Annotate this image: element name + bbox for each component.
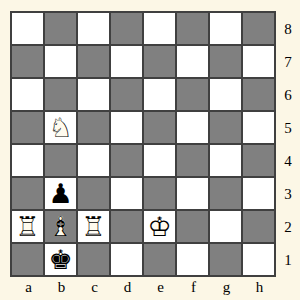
- square-f5[interactable]: [177, 112, 208, 143]
- square-g1[interactable]: [210, 244, 241, 275]
- square-a1[interactable]: [12, 244, 43, 275]
- square-a4[interactable]: [12, 145, 43, 176]
- black-pawn-icon: ♟: [45, 178, 76, 209]
- square-d5[interactable]: [111, 112, 142, 143]
- square-h8[interactable]: [243, 13, 274, 44]
- square-f2[interactable]: [177, 211, 208, 242]
- square-e7[interactable]: [144, 46, 175, 77]
- square-g5[interactable]: [210, 112, 241, 143]
- square-e4[interactable]: [144, 145, 175, 176]
- chess-board: ♞♘♟♜♖♝♗♜♖♚♔♚: [10, 11, 276, 277]
- square-f6[interactable]: [177, 79, 208, 110]
- square-f7[interactable]: [177, 46, 208, 77]
- square-f8[interactable]: [177, 13, 208, 44]
- black-king-icon: ♚: [45, 244, 76, 275]
- square-b2[interactable]: ♝♗: [45, 211, 76, 242]
- square-g4[interactable]: [210, 145, 241, 176]
- square-c8[interactable]: [78, 13, 109, 44]
- square-a7[interactable]: [12, 46, 43, 77]
- white-rook-fill: ♜: [12, 211, 43, 242]
- square-h7[interactable]: [243, 46, 274, 77]
- file-label-h: h: [243, 277, 276, 298]
- white-knight-fill: ♞: [45, 112, 76, 143]
- square-d1[interactable]: [111, 244, 142, 275]
- square-e8[interactable]: [144, 13, 175, 44]
- square-h5[interactable]: [243, 112, 274, 143]
- file-label-g: g: [210, 277, 243, 298]
- white-knight-icon: ♘: [45, 112, 76, 143]
- rank-label-8: 8: [279, 13, 297, 46]
- square-d6[interactable]: [111, 79, 142, 110]
- rank-label-5: 5: [279, 112, 297, 145]
- square-c5[interactable]: [78, 112, 109, 143]
- square-e1[interactable]: [144, 244, 175, 275]
- file-label-d: d: [111, 277, 144, 298]
- file-label-f: f: [177, 277, 210, 298]
- rank-label-7: 7: [279, 46, 297, 79]
- square-g3[interactable]: [210, 178, 241, 209]
- square-c6[interactable]: [78, 79, 109, 110]
- square-g6[interactable]: [210, 79, 241, 110]
- square-c4[interactable]: [78, 145, 109, 176]
- square-h1[interactable]: [243, 244, 274, 275]
- square-f4[interactable]: [177, 145, 208, 176]
- square-g8[interactable]: [210, 13, 241, 44]
- rank-label-6: 6: [279, 79, 297, 112]
- file-label-a: a: [12, 277, 45, 298]
- white-king-icon: ♔: [144, 211, 175, 242]
- square-d7[interactable]: [111, 46, 142, 77]
- file-label-b: b: [45, 277, 78, 298]
- white-rook-icon: ♖: [78, 211, 109, 242]
- square-h4[interactable]: [243, 145, 274, 176]
- square-d2[interactable]: [111, 211, 142, 242]
- file-label-e: e: [144, 277, 177, 298]
- square-b1[interactable]: ♚: [45, 244, 76, 275]
- square-e5[interactable]: [144, 112, 175, 143]
- square-f1[interactable]: [177, 244, 208, 275]
- square-c2[interactable]: ♜♖: [78, 211, 109, 242]
- square-b3[interactable]: ♟: [45, 178, 76, 209]
- square-b6[interactable]: [45, 79, 76, 110]
- square-d3[interactable]: [111, 178, 142, 209]
- square-h3[interactable]: [243, 178, 274, 209]
- square-h6[interactable]: [243, 79, 274, 110]
- square-f3[interactable]: [177, 178, 208, 209]
- square-b8[interactable]: [45, 13, 76, 44]
- square-a5[interactable]: [12, 112, 43, 143]
- file-label-c: c: [78, 277, 111, 298]
- rank-labels: 87654321: [279, 13, 297, 277]
- rank-label-3: 3: [279, 178, 297, 211]
- square-a2[interactable]: ♜♖: [12, 211, 43, 242]
- white-rook-fill: ♜: [78, 211, 109, 242]
- square-e2[interactable]: ♚♔: [144, 211, 175, 242]
- white-rook-icon: ♖: [12, 211, 43, 242]
- file-labels: abcdefgh: [12, 277, 276, 298]
- white-king-fill: ♚: [144, 211, 175, 242]
- rank-label-2: 2: [279, 211, 297, 244]
- square-b7[interactable]: [45, 46, 76, 77]
- square-d4[interactable]: [111, 145, 142, 176]
- square-a6[interactable]: [12, 79, 43, 110]
- white-bishop-icon: ♗: [45, 211, 76, 242]
- square-a3[interactable]: [12, 178, 43, 209]
- square-c1[interactable]: [78, 244, 109, 275]
- square-e6[interactable]: [144, 79, 175, 110]
- square-g2[interactable]: [210, 211, 241, 242]
- square-c7[interactable]: [78, 46, 109, 77]
- square-h2[interactable]: [243, 211, 274, 242]
- square-d8[interactable]: [111, 13, 142, 44]
- square-e3[interactable]: [144, 178, 175, 209]
- square-b5[interactable]: ♞♘: [45, 112, 76, 143]
- square-g7[interactable]: [210, 46, 241, 77]
- rank-label-4: 4: [279, 145, 297, 178]
- rank-label-1: 1: [279, 244, 297, 277]
- square-b4[interactable]: [45, 145, 76, 176]
- square-a8[interactable]: [12, 13, 43, 44]
- white-bishop-fill: ♝: [45, 211, 76, 242]
- square-c3[interactable]: [78, 178, 109, 209]
